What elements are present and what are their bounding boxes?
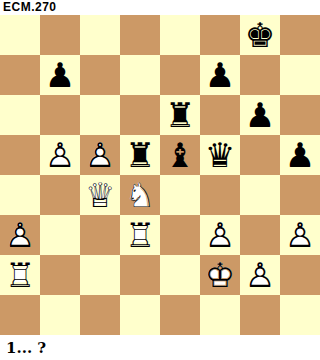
- square-d5[interactable]: ♜: [120, 135, 160, 175]
- square-h4[interactable]: [280, 175, 320, 215]
- square-g4[interactable]: [240, 175, 280, 215]
- piece-white-pawn: ♙: [0, 215, 40, 255]
- square-d7[interactable]: [120, 55, 160, 95]
- square-g2[interactable]: ♟♙: [240, 255, 280, 295]
- piece-white-king: ♔: [200, 255, 240, 295]
- square-g1[interactable]: [240, 295, 280, 335]
- piece-white-knight: ♘: [120, 175, 160, 215]
- square-c1[interactable]: [80, 295, 120, 335]
- square-f8[interactable]: [200, 15, 240, 55]
- square-f1[interactable]: [200, 295, 240, 335]
- piece-black-pawn: ♟: [40, 55, 80, 95]
- square-d8[interactable]: [120, 15, 160, 55]
- square-h6[interactable]: [280, 95, 320, 135]
- piece-white-pawn: ♙: [80, 135, 120, 175]
- square-c8[interactable]: [80, 15, 120, 55]
- square-d3[interactable]: ♜♖: [120, 215, 160, 255]
- square-a1[interactable]: [0, 295, 40, 335]
- square-e8[interactable]: [160, 15, 200, 55]
- square-c2[interactable]: [80, 255, 120, 295]
- square-g6[interactable]: ♟: [240, 95, 280, 135]
- piece-black-rook: ♜: [160, 95, 200, 135]
- piece-white-rook: ♖: [0, 255, 40, 295]
- square-d4[interactable]: ♞♘: [120, 175, 160, 215]
- square-f7[interactable]: ♟: [200, 55, 240, 95]
- piece-white-pawn: ♙: [40, 135, 80, 175]
- square-h7[interactable]: [280, 55, 320, 95]
- diagram-header: ECM.270: [0, 0, 320, 15]
- square-f2[interactable]: ♚♔: [200, 255, 240, 295]
- square-f3[interactable]: ♟♙: [200, 215, 240, 255]
- piece-black-pawn: ♟: [240, 95, 280, 135]
- square-h5[interactable]: ♟: [280, 135, 320, 175]
- square-f4[interactable]: [200, 175, 240, 215]
- piece-black-pawn: ♟: [280, 135, 320, 175]
- square-h1[interactable]: [280, 295, 320, 335]
- square-b1[interactable]: [40, 295, 80, 335]
- square-a2[interactable]: ♜♖: [0, 255, 40, 295]
- square-g3[interactable]: [240, 215, 280, 255]
- square-c4[interactable]: ♛♕: [80, 175, 120, 215]
- square-c6[interactable]: [80, 95, 120, 135]
- square-g5[interactable]: [240, 135, 280, 175]
- square-d1[interactable]: [120, 295, 160, 335]
- square-b8[interactable]: [40, 15, 80, 55]
- square-g7[interactable]: [240, 55, 280, 95]
- square-g8[interactable]: ♚: [240, 15, 280, 55]
- square-a5[interactable]: [0, 135, 40, 175]
- piece-black-rook: ♜: [120, 135, 160, 175]
- diagram-footer: 1... ?: [0, 335, 320, 360]
- piece-white-pawn: ♙: [200, 215, 240, 255]
- square-h2[interactable]: [280, 255, 320, 295]
- square-f6[interactable]: [200, 95, 240, 135]
- square-e5[interactable]: ♝: [160, 135, 200, 175]
- square-b3[interactable]: [40, 215, 80, 255]
- square-d2[interactable]: [120, 255, 160, 295]
- piece-black-pawn: ♟: [200, 55, 240, 95]
- piece-black-king: ♚: [240, 15, 280, 55]
- square-e4[interactable]: [160, 175, 200, 215]
- piece-white-queen: ♕: [80, 175, 120, 215]
- square-h8[interactable]: [280, 15, 320, 55]
- square-c7[interactable]: [80, 55, 120, 95]
- square-d6[interactable]: [120, 95, 160, 135]
- square-a6[interactable]: [0, 95, 40, 135]
- square-c3[interactable]: [80, 215, 120, 255]
- square-a8[interactable]: [0, 15, 40, 55]
- square-a7[interactable]: [0, 55, 40, 95]
- piece-white-rook: ♖: [120, 215, 160, 255]
- square-e6[interactable]: ♜: [160, 95, 200, 135]
- square-e3[interactable]: [160, 215, 200, 255]
- square-e1[interactable]: [160, 295, 200, 335]
- square-b5[interactable]: ♟♙: [40, 135, 80, 175]
- square-h3[interactable]: ♟♙: [280, 215, 320, 255]
- chess-board: ♚♟♟♜♟♟♙♟♙♜♝♛♟♛♕♞♘♟♙♜♖♟♙♟♙♜♖♚♔♟♙: [0, 15, 320, 335]
- square-b6[interactable]: [40, 95, 80, 135]
- square-e7[interactable]: [160, 55, 200, 95]
- square-b7[interactable]: ♟: [40, 55, 80, 95]
- diagram-title: ECM.270: [0, 0, 57, 15]
- square-a3[interactable]: ♟♙: [0, 215, 40, 255]
- piece-white-pawn: ♙: [280, 215, 320, 255]
- piece-white-pawn: ♙: [240, 255, 280, 295]
- square-b2[interactable]: [40, 255, 80, 295]
- square-b4[interactable]: [40, 175, 80, 215]
- square-c5[interactable]: ♟♙: [80, 135, 120, 175]
- piece-black-bishop: ♝: [160, 135, 200, 175]
- piece-black-queen: ♛: [200, 135, 240, 175]
- square-f5[interactable]: ♛: [200, 135, 240, 175]
- square-a4[interactable]: [0, 175, 40, 215]
- move-prompt: 1... ?: [0, 339, 46, 357]
- square-e2[interactable]: [160, 255, 200, 295]
